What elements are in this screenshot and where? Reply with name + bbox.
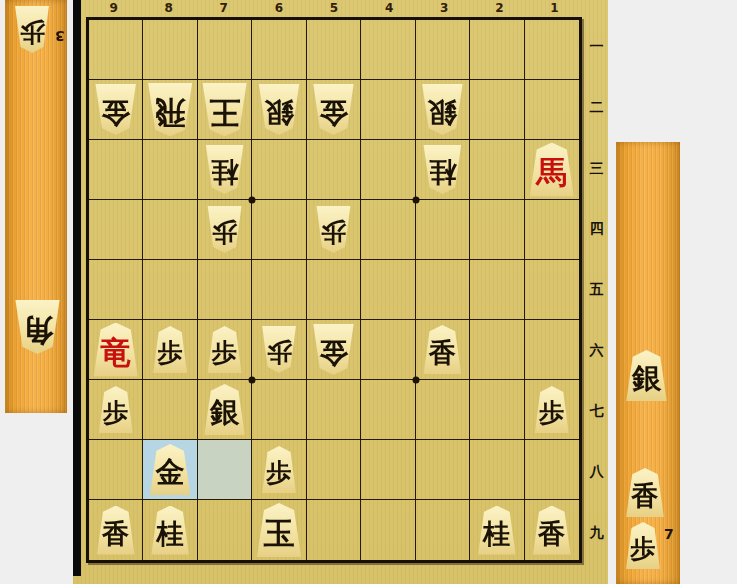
gote-piece-hisha[interactable]: 飛 (147, 83, 194, 137)
gote-piece-kaku[interactable]: 角 (14, 300, 61, 354)
file-label: 2 (472, 0, 527, 17)
rank-label: 九 (585, 502, 608, 563)
square-53[interactable] (307, 140, 361, 200)
square-42[interactable] (361, 80, 415, 140)
sente-captured-stand: 銀香歩7 (616, 142, 680, 584)
square-55[interactable] (307, 260, 361, 320)
square-38[interactable] (416, 440, 470, 500)
piece-kanji: 金 (319, 332, 348, 367)
piece-kanji: 香 (632, 476, 659, 509)
square-83[interactable] (143, 140, 197, 200)
rank-label: 二 (585, 78, 608, 139)
sente-piece-fu[interactable]: 歩 (152, 326, 188, 373)
square-88[interactable]: 金 (143, 440, 197, 500)
gote-piece-gin[interactable]: 銀 (421, 84, 464, 135)
sente-piece-gin[interactable]: 銀 (203, 384, 246, 435)
sente-piece-keima[interactable]: 桂 (150, 506, 190, 555)
square-91[interactable] (89, 20, 143, 80)
piece-kanji: 馬 (536, 151, 567, 188)
board-grid: 金飛王銀金銀桂桂馬歩歩竜歩歩歩金香歩銀歩金歩香桂玉桂香 (89, 20, 579, 560)
sente-hand-kyosha[interactable]: 香 (625, 468, 665, 517)
gote-piece-fu[interactable]: 歩 (207, 206, 243, 253)
square-22[interactable] (470, 80, 524, 140)
square-47[interactable] (361, 380, 415, 440)
square-97[interactable]: 歩 (89, 380, 143, 440)
square-48[interactable] (361, 440, 415, 500)
piece-kanji: 桂 (429, 153, 456, 186)
file-label: 5 (306, 0, 361, 17)
square-85[interactable] (143, 260, 197, 320)
shogi-board: 987654321 一二三四五六七八九 金飛王銀金銀桂桂馬歩歩竜歩歩歩金香歩銀歩… (73, 0, 608, 584)
piece-kanji: 銀 (210, 392, 239, 427)
square-24[interactable] (470, 200, 524, 260)
square-96[interactable]: 竜 (89, 320, 143, 380)
square-81[interactable] (143, 20, 197, 80)
square-63[interactable] (252, 140, 306, 200)
sente-hand-gin[interactable]: 銀 (625, 350, 668, 401)
piece-kanji: 香 (102, 514, 129, 547)
piece-kanji: 歩 (212, 214, 237, 245)
piece-kanji: 歩 (631, 530, 656, 561)
square-25[interactable] (470, 260, 524, 320)
piece-kanji: 角 (22, 309, 53, 346)
square-72[interactable]: 王 (198, 80, 252, 140)
square-98[interactable] (89, 440, 143, 500)
square-79[interactable] (198, 500, 252, 560)
square-28[interactable] (470, 440, 524, 500)
square-18[interactable] (525, 440, 579, 500)
square-75[interactable] (198, 260, 252, 320)
square-57[interactable] (307, 380, 361, 440)
square-39[interactable] (416, 500, 470, 560)
piece-kanji: 歩 (539, 394, 564, 425)
square-43[interactable] (361, 140, 415, 200)
gote-piece-gin[interactable]: 銀 (258, 84, 301, 135)
sente-hand-fu[interactable]: 歩7 (625, 522, 661, 569)
square-99[interactable]: 香 (89, 500, 143, 560)
piece-kanji: 金 (156, 452, 185, 487)
star-point (413, 377, 420, 384)
gote-hand-fu[interactable]: 歩3 (14, 6, 50, 53)
gote-piece-fu[interactable]: 歩 (261, 326, 297, 373)
square-64[interactable] (252, 200, 306, 260)
file-labels: 987654321 (86, 0, 582, 17)
square-89[interactable]: 桂 (143, 500, 197, 560)
sente-piece-kyosha[interactable]: 香 (422, 325, 462, 374)
file-label: 3 (417, 0, 472, 17)
file-label: 4 (362, 0, 417, 17)
piece-kanji: 金 (101, 92, 130, 127)
square-33[interactable]: 桂 (416, 140, 470, 200)
square-32[interactable]: 銀 (416, 80, 470, 140)
square-41[interactable] (361, 20, 415, 80)
file-label: 1 (527, 0, 582, 17)
piece-kanji: 歩 (267, 334, 292, 365)
piece-kanji: 桂 (211, 153, 238, 186)
square-12[interactable] (525, 80, 579, 140)
square-15[interactable] (525, 260, 579, 320)
sente-piece-kin[interactable]: 金 (149, 444, 192, 495)
star-point (413, 197, 420, 204)
piece-kanji: 桂 (157, 514, 184, 547)
square-49[interactable] (361, 500, 415, 560)
piece-kanji: 歩 (321, 214, 346, 245)
square-93[interactable] (89, 140, 143, 200)
sente-piece-fu[interactable]: 歩 (98, 386, 134, 433)
board-frame: 金飛王銀金銀桂桂馬歩歩竜歩歩歩金香歩銀歩金歩香桂玉桂香 (86, 17, 582, 563)
sente-piece-gin[interactable]: 銀 (625, 350, 668, 401)
square-37[interactable] (416, 380, 470, 440)
gote-piece-kin[interactable]: 金 (312, 324, 355, 375)
piece-kanji: 歩 (267, 454, 292, 485)
square-52[interactable]: 金 (307, 80, 361, 140)
rank-label: 五 (585, 260, 608, 321)
piece-kanji: 歩 (20, 14, 45, 45)
rank-label: 四 (585, 199, 608, 260)
sente-piece-kyosha[interactable]: 香 (532, 506, 572, 555)
square-31[interactable] (416, 20, 470, 80)
gote-piece-fu[interactable]: 歩 (14, 6, 50, 53)
square-44[interactable] (361, 200, 415, 260)
piece-kanji: 歩 (103, 394, 128, 425)
square-78[interactable] (198, 440, 252, 500)
piece-kanji: 竜 (100, 331, 131, 368)
square-34[interactable] (416, 200, 470, 260)
square-92[interactable]: 金 (89, 80, 143, 140)
sente-piece-fu[interactable]: 歩 (261, 446, 297, 493)
piece-kanji: 香 (538, 514, 565, 547)
rank-labels: 一二三四五六七八九 (585, 17, 608, 563)
rank-label: 三 (585, 138, 608, 199)
piece-kanji: 桂 (483, 514, 510, 547)
square-54[interactable]: 歩 (307, 200, 361, 260)
piece-kanji: 銀 (265, 92, 294, 127)
gote-piece-keima[interactable]: 桂 (422, 145, 462, 194)
square-46[interactable] (361, 320, 415, 380)
square-36[interactable]: 香 (416, 320, 470, 380)
square-86[interactable]: 歩 (143, 320, 197, 380)
square-19[interactable]: 香 (525, 500, 579, 560)
gote-piece-ou[interactable]: 王 (201, 83, 248, 137)
square-94[interactable] (89, 200, 143, 260)
square-82[interactable]: 飛 (143, 80, 197, 140)
piece-kanji: 玉 (264, 512, 295, 549)
piece-kanji: 金 (319, 92, 348, 127)
star-point (249, 197, 256, 204)
square-58[interactable] (307, 440, 361, 500)
square-45[interactable] (361, 260, 415, 320)
piece-kanji: 王 (209, 91, 240, 128)
square-14[interactable] (525, 200, 579, 260)
sente-piece-uma[interactable]: 馬 (528, 143, 575, 197)
square-51[interactable] (307, 20, 361, 80)
piece-kanji: 歩 (158, 334, 183, 365)
square-56[interactable]: 金 (307, 320, 361, 380)
piece-kanji: 香 (429, 333, 456, 366)
file-label: 6 (251, 0, 306, 17)
gote-captured-stand: 歩3角 (5, 0, 67, 413)
sente-piece-fu[interactable]: 歩 (207, 326, 243, 373)
square-11[interactable] (525, 20, 579, 80)
gote-piece-kin[interactable]: 金 (94, 84, 137, 135)
square-77[interactable]: 銀 (198, 380, 252, 440)
square-95[interactable] (89, 260, 143, 320)
sente-piece-ryu[interactable]: 竜 (92, 323, 139, 377)
piece-kanji: 銀 (632, 358, 661, 393)
sente-piece-kyosha[interactable]: 香 (625, 468, 665, 517)
square-62[interactable]: 銀 (252, 80, 306, 140)
star-point (249, 377, 256, 384)
square-13[interactable]: 馬 (525, 140, 579, 200)
square-65[interactable] (252, 260, 306, 320)
sente-piece-gyoku[interactable]: 玉 (256, 503, 303, 557)
rank-label: 七 (585, 381, 608, 442)
gote-piece-fu[interactable]: 歩 (315, 206, 351, 253)
file-label: 7 (196, 0, 251, 17)
square-26[interactable] (470, 320, 524, 380)
sente-piece-fu[interactable]: 歩 (534, 386, 570, 433)
sente-piece-keima[interactable]: 桂 (477, 506, 517, 555)
file-label: 8 (141, 0, 196, 17)
rank-label: 八 (585, 442, 608, 503)
square-66[interactable]: 歩 (252, 320, 306, 380)
sente-piece-fu[interactable]: 歩 (625, 522, 661, 569)
piece-kanji: 歩 (212, 334, 237, 365)
square-59[interactable] (307, 500, 361, 560)
square-27[interactable] (470, 380, 524, 440)
gote-hand-kaku[interactable]: 角 (14, 300, 61, 354)
square-61[interactable] (252, 20, 306, 80)
square-67[interactable] (252, 380, 306, 440)
square-74[interactable]: 歩 (198, 200, 252, 260)
square-68[interactable]: 歩 (252, 440, 306, 500)
piece-kanji: 銀 (428, 92, 457, 127)
square-87[interactable] (143, 380, 197, 440)
square-73[interactable]: 桂 (198, 140, 252, 200)
gote-piece-kin[interactable]: 金 (312, 84, 355, 135)
piece-kanji: 飛 (155, 91, 186, 128)
square-76[interactable]: 歩 (198, 320, 252, 380)
square-71[interactable] (198, 20, 252, 80)
sente-piece-kyosha[interactable]: 香 (96, 506, 136, 555)
hand-piece-count: 3 (55, 28, 65, 44)
square-69[interactable]: 玉 (252, 500, 306, 560)
hand-piece-count: 7 (664, 526, 674, 542)
rank-label: 一 (585, 17, 608, 78)
square-21[interactable] (470, 20, 524, 80)
square-17[interactable]: 歩 (525, 380, 579, 440)
square-23[interactable] (470, 140, 524, 200)
square-84[interactable] (143, 200, 197, 260)
rank-label: 六 (585, 320, 608, 381)
square-16[interactable] (525, 320, 579, 380)
square-29[interactable]: 桂 (470, 500, 524, 560)
square-35[interactable] (416, 260, 470, 320)
gote-piece-keima[interactable]: 桂 (205, 145, 245, 194)
file-label: 9 (86, 0, 141, 17)
